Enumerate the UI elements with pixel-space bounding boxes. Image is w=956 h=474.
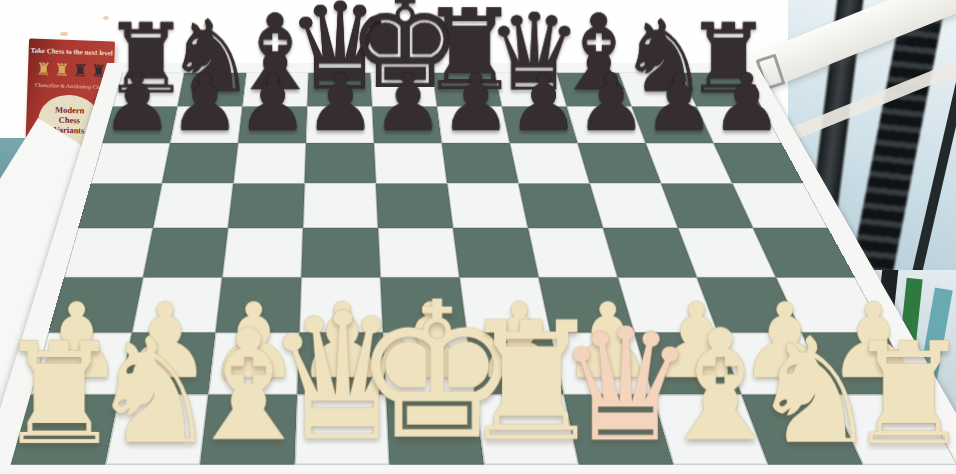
square-f6[interactable] [442,143,519,183]
square-c5[interactable] [228,183,305,228]
square-i1[interactable]: ♞ [742,395,863,465]
square-d6[interactable] [305,143,376,183]
chess-mat: ♜♞♝♛♚♜♛♝♞♜♟♟♟♟♟♟♟♟♟♟♟♟♟♟♟♟♟♟♟♟♜♞♝♛♚♜♛♝♞♜ [0,63,956,474]
piece-white-rook[interactable]: ♜ [845,327,956,461]
square-a5[interactable] [78,183,162,228]
square-b4[interactable] [143,228,228,277]
square-a6[interactable] [91,143,170,183]
piece-black-pawn[interactable]: ♟ [440,65,511,141]
piece-black-pawn[interactable]: ♟ [237,65,308,141]
square-e7[interactable]: ♟ [372,106,442,143]
square-f7[interactable]: ♟ [437,106,510,143]
piece-black-pawn[interactable]: ♟ [508,65,579,141]
square-e6[interactable] [374,143,447,183]
piece-white-chancellor[interactable]: ♜ [457,305,604,460]
square-g5[interactable] [518,183,603,228]
piece-black-pawn[interactable]: ♟ [101,65,172,141]
square-g6[interactable] [510,143,590,183]
square-b6[interactable] [162,143,238,183]
square-g7[interactable]: ♟ [502,106,578,143]
piece-black-pawn[interactable]: ♟ [372,65,443,141]
square-c4[interactable] [222,228,303,277]
square-b7[interactable]: ♟ [170,106,242,143]
square-d5[interactable] [303,183,378,228]
square-a4[interactable] [64,228,153,277]
square-b5[interactable] [153,183,233,228]
square-d7[interactable]: ♟ [306,106,374,143]
chessboard[interactable]: ♜♞♝♛♚♜♛♝♞♜♟♟♟♟♟♟♟♟♟♟♟♟♟♟♟♟♟♟♟♟♜♞♝♛♚♜♛♝♞♜ [11,73,956,465]
square-f1[interactable]: ♜ [475,395,579,465]
square-j1[interactable]: ♜ [830,395,956,465]
square-f5[interactable] [447,183,528,228]
piece-black-pawn[interactable]: ♟ [643,65,714,141]
square-i7[interactable]: ♟ [632,106,714,143]
square-a7[interactable]: ♟ [102,106,177,143]
square-c6[interactable] [233,143,306,183]
board-scene: ♜♞♝♛♚♜♛♝♞♜♟♟♟♟♟♟♟♟♟♟♟♟♟♟♟♟♟♟♟♟♜♞♝♛♚♜♛♝♞♜ [0,0,956,474]
square-a1[interactable]: ♜ [11,395,120,465]
piece-black-pawn[interactable]: ♟ [169,65,240,141]
square-h7[interactable]: ♟ [567,106,646,143]
square-c7[interactable]: ♟ [238,106,307,143]
piece-white-rook[interactable]: ♜ [0,327,122,461]
square-e5[interactable] [376,183,453,228]
piece-black-pawn[interactable]: ♟ [304,65,375,141]
piece-black-pawn[interactable]: ♟ [711,65,782,141]
piece-black-pawn[interactable]: ♟ [575,65,646,141]
